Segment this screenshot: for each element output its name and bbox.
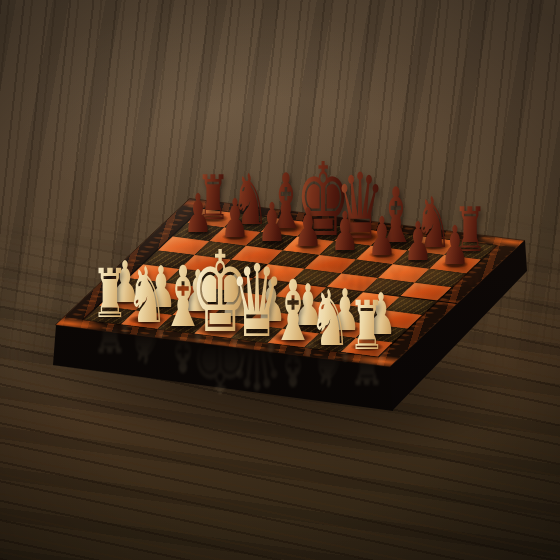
piece-light-rook[interactable]: ♜	[92, 260, 128, 328]
piece-dark-pawn[interactable]: ♟	[294, 202, 323, 256]
piece-light-knight[interactable]: ♞	[309, 280, 350, 357]
photo-scene: ♜♜♞♞♝♝♚♚♛♛♝♝♞♞♜♜♟♟♟♟♟♟♟♟♟♟♟♟♟♟♟♟♟♟♟♟♟♟♟♟…	[0, 0, 560, 560]
piece-light-rook[interactable]: ♜	[349, 292, 385, 360]
piece-dark-pawn[interactable]: ♟	[441, 220, 470, 274]
piece-dark-pawn[interactable]: ♟	[331, 206, 360, 260]
piece-dark-pawn[interactable]: ♟	[404, 216, 433, 270]
piece-dark-pawn[interactable]: ♟	[367, 211, 396, 265]
pieces-layer: ♜♜♞♞♝♝♚♚♛♛♝♝♞♞♜♜♟♟♟♟♟♟♟♟♟♟♟♟♟♟♟♟♟♟♟♟♟♟♟♟…	[0, 0, 560, 560]
